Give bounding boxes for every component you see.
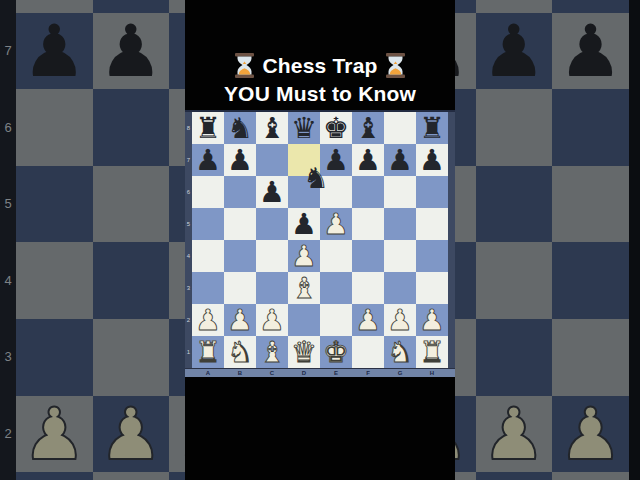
file-label-h: H: [416, 369, 448, 377]
white-pawn[interactable]: ♟: [195, 306, 221, 335]
square-g3[interactable]: [384, 272, 416, 304]
square-e7[interactable]: ♟: [320, 144, 352, 176]
bg-square-a7: ♟: [16, 13, 93, 90]
square-b8[interactable]: ♞: [224, 112, 256, 144]
square-h8[interactable]: ♜: [416, 112, 448, 144]
square-b6[interactable]: [224, 176, 256, 208]
square-c7[interactable]: [256, 144, 288, 176]
square-f8[interactable]: ♝: [352, 112, 384, 144]
file-label-a: A: [192, 369, 224, 377]
white-queen[interactable]: ♛: [291, 338, 317, 367]
white-pawn[interactable]: ♟: [387, 306, 413, 335]
white-rook: ♜: [22, 474, 87, 480]
square-g2[interactable]: ♟: [384, 304, 416, 336]
white-pawn: ♟: [482, 398, 547, 470]
square-b3[interactable]: [224, 272, 256, 304]
square-f4[interactable]: [352, 240, 384, 272]
file-label-c: C: [256, 369, 288, 377]
square-b1[interactable]: ♞: [224, 336, 256, 368]
bg-square-a2: ♟: [16, 396, 93, 473]
square-d3[interactable]: ♝: [288, 272, 320, 304]
square-c4[interactable]: [256, 240, 288, 272]
black-pawn: ♟: [99, 15, 164, 87]
bg-square-h4: [552, 242, 629, 319]
black-pawn[interactable]: ♟: [227, 146, 253, 175]
square-f2[interactable]: ♟: [352, 304, 384, 336]
black-king[interactable]: ♚: [323, 114, 349, 143]
bg-square-b3: [93, 319, 170, 396]
video-frame: Chess Trap YOU Must to Know 87654321 ♜♞♝…: [185, 0, 455, 480]
black-pawn[interactable]: ♟: [259, 178, 285, 207]
hourglass-icon: [385, 53, 406, 78]
square-h7[interactable]: ♟: [416, 144, 448, 176]
black-pawn[interactable]: ♟: [291, 210, 317, 239]
white-knight[interactable]: ♞: [387, 338, 413, 367]
square-g6[interactable]: [384, 176, 416, 208]
bg-square-h2: ♟: [552, 396, 629, 473]
board-grid: ♜♞♝♛♚♝♜♟♟♞♟♟♟♟♟♟♟♟♝♟♟♟♟♟♟♜♞♝♛♚♞♜: [192, 112, 448, 368]
square-c1[interactable]: ♝: [256, 336, 288, 368]
square-g5[interactable]: [384, 208, 416, 240]
file-label-e: E: [320, 369, 352, 377]
black-pawn[interactable]: ♟: [195, 146, 221, 175]
square-c2[interactable]: ♟: [256, 304, 288, 336]
black-queen[interactable]: ♛: [291, 114, 317, 143]
square-d1[interactable]: ♛: [288, 336, 320, 368]
square-a2[interactable]: ♟: [192, 304, 224, 336]
black-pawn[interactable]: ♟: [419, 146, 445, 175]
square-f3[interactable]: [352, 272, 384, 304]
file-label-d: D: [288, 369, 320, 377]
bg-square-h6: [552, 89, 629, 166]
square-d4[interactable]: ♟: [288, 240, 320, 272]
chess-board: 87654321 ♜♞♝♛♚♝♜♟♟♞♟♟♟♟♟♟♟♟♝♟♟♟♟♟♟♜♞♝♛♚♞…: [185, 110, 455, 377]
square-f7[interactable]: ♟: [352, 144, 384, 176]
white-pawn[interactable]: ♟: [259, 306, 285, 335]
black-pawn[interactable]: ♟: [387, 146, 413, 175]
square-h2[interactable]: ♟: [416, 304, 448, 336]
bg-square-g6: [476, 89, 553, 166]
file-label-f: F: [352, 369, 384, 377]
square-d7[interactable]: ♞: [288, 144, 320, 176]
square-b2[interactable]: ♟: [224, 304, 256, 336]
white-pawn: ♟: [99, 398, 164, 470]
white-rook[interactable]: ♜: [419, 338, 445, 367]
bg-square-h1: ♜: [552, 472, 629, 480]
black-rook[interactable]: ♜: [195, 114, 221, 143]
square-h1[interactable]: ♜: [416, 336, 448, 368]
bg-square-g7: ♟: [476, 13, 553, 90]
square-e3[interactable]: [320, 272, 352, 304]
rank-label-3: 3: [185, 272, 192, 304]
white-pawn: ♟: [22, 398, 87, 470]
square-f1[interactable]: [352, 336, 384, 368]
file-labels: ABCDEFGH: [185, 368, 455, 377]
bg-square-b1: ♞: [93, 472, 170, 480]
black-pawn: ♟: [22, 15, 87, 87]
black-pawn: ♟: [482, 15, 547, 87]
square-a8[interactable]: ♜: [192, 112, 224, 144]
square-h4[interactable]: [416, 240, 448, 272]
bg-square-b5: [93, 166, 170, 243]
square-g7[interactable]: ♟: [384, 144, 416, 176]
board-right-gutter: [448, 112, 455, 368]
square-f6[interactable]: [352, 176, 384, 208]
rank-labels: 87654321: [185, 112, 192, 368]
bg-square-g2: ♟: [476, 396, 553, 473]
hourglass-icon: [234, 53, 255, 78]
square-e1[interactable]: ♚: [320, 336, 352, 368]
white-pawn[interactable]: ♟: [291, 242, 317, 271]
square-a4[interactable]: [192, 240, 224, 272]
bg-square-h5: [552, 166, 629, 243]
title-text-1: Chess Trap: [262, 54, 377, 77]
white-bishop[interactable]: ♝: [259, 338, 285, 367]
black-rook[interactable]: ♜: [419, 114, 445, 143]
white-knight: ♞: [99, 474, 164, 480]
square-h6[interactable]: [416, 176, 448, 208]
bg-square-h7: ♟: [552, 13, 629, 90]
rank-label-1: 1: [185, 336, 192, 368]
square-a3[interactable]: [192, 272, 224, 304]
bg-square-b6: [93, 89, 170, 166]
white-bishop[interactable]: ♝: [291, 274, 317, 303]
square-h3[interactable]: [416, 272, 448, 304]
rank-label-2: 2: [185, 304, 192, 336]
square-b5[interactable]: [224, 208, 256, 240]
square-c5[interactable]: [256, 208, 288, 240]
square-d8[interactable]: ♛: [288, 112, 320, 144]
bg-square-a4: [16, 242, 93, 319]
screenshot-root: 87654321 ♜♞♝♛♚♝♜♟♟♞♟♟♟♟♟♟♟♟♝♟♟♟♟♟♟♜♞♝♛♚♞…: [0, 0, 640, 480]
white-knight[interactable]: ♞: [227, 338, 253, 367]
square-e8[interactable]: ♚: [320, 112, 352, 144]
bg-square-b2: ♟: [93, 396, 170, 473]
square-e2[interactable]: [320, 304, 352, 336]
white-pawn[interactable]: ♟: [355, 306, 381, 335]
bg-square-g3: [476, 319, 553, 396]
bg-rank-label-6: 6: [0, 120, 16, 135]
bg-square-a5: [16, 166, 93, 243]
bg-square-h3: [552, 319, 629, 396]
bg-rank-label-7: 7: [0, 43, 16, 58]
white-pawn[interactable]: ♟: [227, 306, 253, 335]
square-f5[interactable]: [352, 208, 384, 240]
square-a5[interactable]: [192, 208, 224, 240]
white-king[interactable]: ♚: [323, 338, 349, 367]
square-a1[interactable]: ♜: [192, 336, 224, 368]
bg-square-a3: [16, 319, 93, 396]
square-c8[interactable]: ♝: [256, 112, 288, 144]
video-title: Chess Trap YOU Must to Know: [185, 52, 455, 108]
black-knight[interactable]: ♞: [227, 114, 253, 143]
background-rank-gutter: 87654321: [0, 0, 16, 480]
bg-rank-label-5: 5: [0, 196, 16, 211]
square-b4[interactable]: [224, 240, 256, 272]
rank-label-7: 7: [185, 144, 192, 176]
background-right-edge: [629, 0, 640, 480]
square-e5[interactable]: ♟: [320, 208, 352, 240]
bg-square-g5: [476, 166, 553, 243]
square-c6[interactable]: ♟: [256, 176, 288, 208]
black-pawn[interactable]: ♟: [323, 146, 349, 175]
white-pawn[interactable]: ♟: [419, 306, 445, 335]
rank-label-4: 4: [185, 240, 192, 272]
square-d5[interactable]: ♟: [288, 208, 320, 240]
title-line-2: YOU Must to Know: [185, 80, 455, 108]
square-d2[interactable]: [288, 304, 320, 336]
black-pawn[interactable]: ♟: [355, 146, 381, 175]
white-rook[interactable]: ♜: [195, 338, 221, 367]
bg-rank-label-3: 3: [0, 349, 16, 364]
bg-square-b7: ♟: [93, 13, 170, 90]
white-rook: ♜: [558, 474, 623, 480]
white-pawn: ♟: [558, 398, 623, 470]
square-a7[interactable]: ♟: [192, 144, 224, 176]
square-g4[interactable]: [384, 240, 416, 272]
file-label-g: G: [384, 369, 416, 377]
bg-square-g4: [476, 242, 553, 319]
square-c3[interactable]: [256, 272, 288, 304]
square-b7[interactable]: ♟: [224, 144, 256, 176]
white-knight: ♞: [482, 474, 547, 480]
file-label-b: B: [224, 369, 256, 377]
bg-square-a1: ♜: [16, 472, 93, 480]
black-bishop[interactable]: ♝: [355, 114, 381, 143]
bg-rank-label-4: 4: [0, 273, 16, 288]
square-g1[interactable]: ♞: [384, 336, 416, 368]
black-pawn: ♟: [558, 15, 623, 87]
white-pawn[interactable]: ♟: [323, 210, 349, 239]
rank-label-6: 6: [185, 176, 192, 208]
bg-square-b4: [93, 242, 170, 319]
bg-square-g1: ♞: [476, 472, 553, 480]
square-e4[interactable]: [320, 240, 352, 272]
square-g8[interactable]: [384, 112, 416, 144]
rank-label-8: 8: [185, 112, 192, 144]
rank-label-5: 5: [185, 208, 192, 240]
bg-square-a6: [16, 89, 93, 166]
title-line-1: Chess Trap: [185, 52, 455, 80]
square-h5[interactable]: [416, 208, 448, 240]
square-a6[interactable]: [192, 176, 224, 208]
black-bishop[interactable]: ♝: [259, 114, 285, 143]
bg-rank-label-2: 2: [0, 426, 16, 441]
